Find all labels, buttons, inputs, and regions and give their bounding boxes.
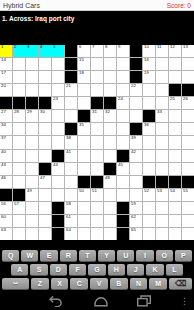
grid-cell[interactable]: [104, 189, 116, 201]
grid-cell[interactable]: 30: [39, 110, 51, 122]
key-y[interactable]: Y: [98, 250, 115, 262]
grid-cell[interactable]: 61: [65, 215, 77, 227]
grid-cell[interactable]: [26, 71, 38, 83]
black-square: [117, 202, 129, 214]
key-n[interactable]: N: [130, 278, 148, 290]
grid-cell[interactable]: [156, 71, 168, 83]
black-square: [169, 176, 181, 188]
clue-number: 27: [1, 109, 6, 113]
key-q[interactable]: Q: [2, 250, 19, 262]
grid-cell[interactable]: 22: [130, 84, 142, 96]
grid-cell[interactable]: [169, 71, 181, 83]
grid-cell[interactable]: [91, 58, 103, 70]
grid-cell[interactable]: 40: [0, 150, 12, 162]
grid-cell[interactable]: [143, 228, 155, 240]
grid-cell[interactable]: 27: [0, 110, 12, 122]
grid-cell[interactable]: [143, 97, 155, 109]
backspace-key[interactable]: ⌫: [169, 278, 192, 290]
grid-cell[interactable]: [169, 150, 181, 162]
grid-cell[interactable]: 49: [26, 189, 38, 201]
clue-number: 8: [105, 44, 107, 48]
key-h[interactable]: H: [108, 264, 125, 276]
clue-number: 21: [66, 83, 71, 87]
clue-number: 33: [157, 109, 162, 113]
grid-cell[interactable]: [39, 202, 51, 214]
grid-cell[interactable]: [169, 123, 181, 135]
grid-cell[interactable]: 2: [13, 45, 25, 57]
grid-cell[interactable]: 23: [52, 97, 64, 109]
home-icon[interactable]: [93, 295, 109, 307]
grid-cell[interactable]: [26, 163, 38, 175]
grid-cell[interactable]: [104, 71, 116, 83]
grid-cell[interactable]: 3: [26, 45, 38, 57]
grid-cell[interactable]: 9: [117, 45, 129, 57]
black-square: [104, 97, 116, 109]
grid-cell[interactable]: [104, 202, 116, 214]
black-square: [117, 228, 129, 240]
clue-number: 40: [1, 149, 6, 153]
back-icon[interactable]: [48, 295, 63, 307]
clue-number: 49: [27, 188, 32, 192]
grid-cell[interactable]: [104, 123, 116, 135]
grid-cell[interactable]: [13, 228, 25, 240]
clue-number: 60: [1, 214, 6, 218]
clue-number: 17: [1, 70, 6, 74]
clue-number: 9: [118, 44, 120, 48]
grid-cell[interactable]: [182, 71, 194, 83]
grid-cell[interactable]: 21: [65, 84, 77, 96]
grid-cell[interactable]: [156, 150, 168, 162]
grid-cell[interactable]: [117, 123, 129, 135]
clue-number: 15: [79, 57, 84, 61]
grid-cell[interactable]: [78, 202, 90, 214]
black-square: [52, 228, 64, 240]
black-square: [91, 176, 103, 188]
grid-cell[interactable]: 54: [169, 189, 181, 201]
grid-cell[interactable]: [26, 150, 38, 162]
grid-cell[interactable]: [156, 228, 168, 240]
grid-cell[interactable]: [39, 71, 51, 83]
grid-cell[interactable]: [91, 150, 103, 162]
grid-cell[interactable]: [39, 136, 51, 148]
grid-cell[interactable]: [169, 215, 181, 227]
key-d[interactable]: D: [50, 264, 67, 276]
grid-cell[interactable]: [13, 123, 25, 135]
grid-cell[interactable]: 47: [39, 176, 51, 188]
key-a[interactable]: A: [11, 264, 28, 276]
grid-cell[interactable]: 32: [104, 110, 116, 122]
grid-cell[interactable]: [117, 110, 129, 122]
grid-cell[interactable]: [182, 123, 194, 135]
grid-cell[interactable]: [26, 215, 38, 227]
black-square: [0, 97, 12, 109]
grid-cell[interactable]: [39, 189, 51, 201]
clue-number: 38: [66, 135, 71, 139]
grid-cell[interactable]: [104, 58, 116, 70]
grid-cell[interactable]: [13, 215, 25, 227]
black-square: [65, 45, 77, 57]
grid-cell[interactable]: 51: [91, 189, 103, 201]
grid-cell[interactable]: 41: [65, 150, 77, 162]
grid-cell[interactable]: [26, 202, 38, 214]
grid-cell[interactable]: 16: [143, 58, 155, 70]
grid-cell[interactable]: [52, 123, 64, 135]
grid-cell[interactable]: 8: [104, 45, 116, 57]
grid-cell[interactable]: 15: [78, 58, 90, 70]
clue-number: 62: [131, 214, 136, 218]
grid-cell[interactable]: [26, 176, 38, 188]
key-w[interactable]: W: [21, 250, 38, 262]
grid-cell[interactable]: 55: [182, 189, 194, 201]
grid-cell[interactable]: [39, 123, 51, 135]
grid-cell[interactable]: [156, 202, 168, 214]
grid-cell[interactable]: 42: [130, 150, 142, 162]
grid-cell[interactable]: [78, 97, 90, 109]
grid-cell[interactable]: 24: [117, 97, 129, 109]
grid-cell[interactable]: [65, 176, 77, 188]
grid-cell[interactable]: [13, 176, 25, 188]
grid-cell[interactable]: 17: [0, 71, 12, 83]
grid-cell[interactable]: [169, 136, 181, 148]
grid-cell[interactable]: [65, 97, 77, 109]
grid-cell[interactable]: [91, 215, 103, 227]
clue-number: 48: [105, 175, 110, 179]
grid-cell[interactable]: 39: [130, 136, 142, 148]
grid-cell[interactable]: [182, 150, 194, 162]
clue-number: 32: [105, 109, 110, 113]
key-c[interactable]: C: [70, 278, 88, 290]
grid-cell[interactable]: [39, 228, 51, 240]
grid-cell[interactable]: [156, 123, 168, 135]
grid-cell[interactable]: [143, 136, 155, 148]
grid-cell[interactable]: [78, 163, 90, 175]
grid-cell[interactable]: [182, 58, 194, 70]
grid-cell[interactable]: [169, 110, 181, 122]
grid-cell[interactable]: [130, 176, 142, 188]
recents-icon[interactable]: [136, 295, 152, 307]
black-square: [91, 97, 103, 109]
grid-cell[interactable]: [117, 84, 129, 96]
clue-number: 61: [66, 214, 71, 218]
clue-number: 44: [53, 162, 58, 166]
keyboard-row-1: QWERTYUIOP: [0, 250, 194, 262]
key-x[interactable]: X: [51, 278, 69, 290]
grid-cell[interactable]: [52, 84, 64, 96]
grid-cell[interactable]: [78, 136, 90, 148]
grid-cell[interactable]: [169, 228, 181, 240]
grid-cell[interactable]: [13, 136, 25, 148]
grid-cell[interactable]: 63: [0, 228, 12, 240]
black-square: [130, 71, 142, 83]
grid-cell[interactable]: [91, 136, 103, 148]
grid-cell[interactable]: [26, 58, 38, 70]
grid-cell[interactable]: [91, 202, 103, 214]
black-square: [117, 150, 129, 162]
clue-number: 43: [1, 162, 6, 166]
grid-cell[interactable]: [130, 189, 142, 201]
grid-cell[interactable]: 37: [0, 136, 12, 148]
key-f[interactable]: F: [69, 264, 86, 276]
grid-cell[interactable]: 58: [65, 202, 77, 214]
grid-cell[interactable]: 35: [78, 123, 90, 135]
grid-cell[interactable]: [130, 163, 142, 175]
grid-cell[interactable]: [13, 84, 25, 96]
grid-cell[interactable]: [52, 136, 64, 148]
clue-number: 14: [1, 57, 6, 61]
grid-cell[interactable]: [182, 215, 194, 227]
grid-cell[interactable]: [117, 189, 129, 201]
grid-cell[interactable]: [156, 84, 168, 96]
grid-cell[interactable]: [91, 163, 103, 175]
black-square: [65, 58, 77, 70]
key-o[interactable]: O: [156, 250, 173, 262]
grid-cell[interactable]: [156, 163, 168, 175]
space-key[interactable]: ⌣: [2, 278, 29, 290]
clue-number: 28: [14, 109, 19, 113]
grid-cell[interactable]: [182, 110, 194, 122]
grid-cell[interactable]: 28: [13, 110, 25, 122]
clue-number: 31: [92, 109, 97, 113]
clue-number: 6: [79, 44, 81, 48]
grid-cell[interactable]: [104, 150, 116, 162]
grid-cell[interactable]: 60: [0, 215, 12, 227]
black-square: [130, 58, 142, 70]
black-square: [65, 71, 77, 83]
clue-number: 51: [92, 188, 97, 192]
grid-cell[interactable]: [26, 84, 38, 96]
grid-cell[interactable]: 20: [0, 84, 12, 96]
keyboard-row-2: ASDFGHJKL: [0, 264, 194, 276]
grid-cell[interactable]: [65, 163, 77, 175]
key-t[interactable]: T: [79, 250, 96, 262]
grid-cell[interactable]: [117, 136, 129, 148]
grid-cell[interactable]: 62: [130, 215, 142, 227]
black-square: [13, 97, 25, 109]
clue-number: 39: [131, 135, 136, 139]
clue-number: 24: [118, 96, 123, 100]
grid-cell[interactable]: 56: [0, 202, 12, 214]
grid-cell[interactable]: 29: [26, 110, 38, 122]
key-g[interactable]: G: [88, 264, 105, 276]
clue-number: 56: [1, 201, 6, 205]
grid-cell[interactable]: [26, 136, 38, 148]
grid-cell[interactable]: [130, 110, 142, 122]
grid-cell[interactable]: [143, 150, 155, 162]
overflow-menu-icon[interactable]: ⋮: [180, 294, 189, 308]
clue-number: 25: [170, 96, 175, 100]
grid-cell[interactable]: 33: [156, 110, 168, 122]
grid-cell[interactable]: [156, 215, 168, 227]
grid-cell[interactable]: [143, 163, 155, 175]
key-b[interactable]: B: [110, 278, 128, 290]
grid-cell[interactable]: [26, 123, 38, 135]
grid-cell[interactable]: 26: [182, 97, 194, 109]
clue-number: 5: [53, 44, 55, 48]
black-square: [156, 176, 168, 188]
clue-number: 2: [14, 44, 16, 48]
clue-number: 29: [27, 109, 32, 113]
grid-cell[interactable]: 38: [65, 136, 77, 148]
key-u[interactable]: U: [117, 250, 134, 262]
grid-cell[interactable]: 13: [182, 45, 194, 57]
grid-cell[interactable]: [117, 58, 129, 70]
grid-cell[interactable]: [26, 228, 38, 240]
grid-cell[interactable]: 1: [0, 45, 12, 57]
clue-number: 30: [40, 109, 45, 113]
grid-cell[interactable]: [13, 150, 25, 162]
clue-number: 58: [66, 201, 71, 205]
grid-cell[interactable]: [52, 58, 64, 70]
grid-cell[interactable]: [104, 215, 116, 227]
clue-number: 57: [14, 201, 19, 205]
clue-number: 23: [53, 96, 58, 100]
grid-cell[interactable]: 4: [39, 45, 51, 57]
grid-cell[interactable]: [182, 163, 194, 175]
grid-cell[interactable]: 34: [0, 123, 12, 135]
black-square: [52, 150, 64, 162]
grid-cell[interactable]: [104, 136, 116, 148]
grid-cell[interactable]: 12: [169, 45, 181, 57]
black-square: [130, 123, 142, 135]
grid-cell[interactable]: 18: [78, 71, 90, 83]
grid-cell[interactable]: [143, 84, 155, 96]
grid-cell[interactable]: 59: [130, 202, 142, 214]
grid-cell[interactable]: [182, 202, 194, 214]
clue-number: 63: [1, 227, 6, 231]
key-z[interactable]: Z: [31, 278, 49, 290]
grid-cell[interactable]: 5: [52, 45, 64, 57]
grid-cell[interactable]: [182, 228, 194, 240]
grid-cell[interactable]: [156, 97, 168, 109]
grid-cell[interactable]: 43: [0, 163, 12, 175]
black-square: [52, 215, 64, 227]
key-r[interactable]: R: [60, 250, 77, 262]
grid-cell[interactable]: [104, 84, 116, 96]
grid-cell[interactable]: 50: [78, 189, 90, 201]
grid-cell[interactable]: 6: [78, 45, 90, 57]
grid-cell[interactable]: [13, 163, 25, 175]
key-v[interactable]: V: [90, 278, 108, 290]
grid-cell[interactable]: [91, 71, 103, 83]
grid-cell[interactable]: [117, 71, 129, 83]
grid-cell[interactable]: [130, 97, 142, 109]
grid-cell[interactable]: [78, 228, 90, 240]
grid-cell[interactable]: 25: [169, 97, 181, 109]
score-badge: Score: 0: [167, 2, 194, 9]
key-p[interactable]: P: [175, 250, 192, 262]
black-square: [26, 97, 38, 109]
grid-cell[interactable]: 64: [65, 228, 77, 240]
grid-cell[interactable]: [65, 189, 77, 201]
grid-cell[interactable]: [39, 150, 51, 162]
grid-cell[interactable]: [143, 215, 155, 227]
black-square: [52, 202, 64, 214]
grid-cell[interactable]: [52, 71, 64, 83]
grid-cell[interactable]: 10: [143, 45, 155, 57]
key-m[interactable]: M: [149, 278, 167, 290]
grid-cell[interactable]: [78, 215, 90, 227]
grid-cell[interactable]: 53: [156, 189, 168, 201]
key-j[interactable]: J: [127, 264, 144, 276]
black-square: [0, 189, 12, 201]
grid-cell[interactable]: [52, 110, 64, 122]
grid-cell[interactable]: [169, 202, 181, 214]
black-square: [13, 189, 25, 201]
grid-cell[interactable]: [169, 58, 181, 70]
grid-cell[interactable]: 45: [117, 163, 129, 175]
grid-cell[interactable]: [78, 84, 90, 96]
grid-cell[interactable]: [182, 136, 194, 148]
clue-number: 36: [144, 122, 149, 126]
clue-number: 34: [1, 122, 6, 126]
black-square: [78, 110, 90, 122]
clue-bar[interactable]: 1. Across: Iraq port city: [0, 12, 194, 25]
grid-cell[interactable]: [13, 58, 25, 70]
grid-cell[interactable]: [13, 71, 25, 83]
grid-cell[interactable]: [91, 123, 103, 135]
grid-cell[interactable]: 31: [91, 110, 103, 122]
clue-number: 41: [66, 149, 71, 153]
grid-cell[interactable]: [78, 150, 90, 162]
grid-cell[interactable]: [156, 58, 168, 70]
grid-cell[interactable]: [156, 136, 168, 148]
clue-number: 50: [79, 188, 84, 192]
grid-cell[interactable]: 36: [143, 123, 155, 135]
grid-cell[interactable]: 14: [0, 58, 12, 70]
grid-cell[interactable]: 7: [91, 45, 103, 57]
clue-number: 11: [157, 44, 161, 48]
grid-cell[interactable]: 19: [143, 71, 155, 83]
clue-number: 46: [1, 175, 6, 179]
clue-number: 10: [144, 44, 149, 48]
grid-cell[interactable]: 52: [143, 189, 155, 201]
grid-cell[interactable]: 46: [0, 176, 12, 188]
clue-number: 55: [183, 188, 188, 192]
grid-cell[interactable]: [39, 58, 51, 70]
black-square: [78, 176, 90, 188]
grid-cell[interactable]: 57: [13, 202, 25, 214]
key-k[interactable]: K: [146, 264, 163, 276]
black-square: [182, 84, 194, 96]
grid-cell[interactable]: [65, 110, 77, 122]
grid-cell[interactable]: [169, 163, 181, 175]
grid-cell[interactable]: [39, 84, 51, 96]
page-title: Hybrid Cars: [0, 2, 40, 9]
grid-cell[interactable]: 11: [156, 45, 168, 57]
grid-cell[interactable]: [91, 84, 103, 96]
grid-cell[interactable]: 65: [130, 228, 142, 240]
black-square: [143, 110, 155, 122]
key-s[interactable]: S: [30, 264, 47, 276]
grid-cell[interactable]: [104, 228, 116, 240]
clue-number: 20: [1, 83, 6, 87]
grid-cell[interactable]: 44: [52, 163, 64, 175]
grid-cell[interactable]: 48: [104, 176, 116, 188]
clue-number: 12: [170, 44, 175, 48]
black-square: [169, 84, 181, 96]
grid-cell[interactable]: [143, 202, 155, 214]
grid-cell[interactable]: [52, 189, 64, 201]
key-i[interactable]: I: [136, 250, 153, 262]
key-e[interactable]: E: [40, 250, 57, 262]
grid-cell[interactable]: [39, 215, 51, 227]
clue-number: 13: [183, 44, 188, 48]
key-l[interactable]: L: [166, 264, 183, 276]
clue-number: 35: [79, 122, 84, 126]
grid-cell[interactable]: [52, 176, 64, 188]
grid-cell[interactable]: [117, 176, 129, 188]
grid-cell[interactable]: [91, 228, 103, 240]
